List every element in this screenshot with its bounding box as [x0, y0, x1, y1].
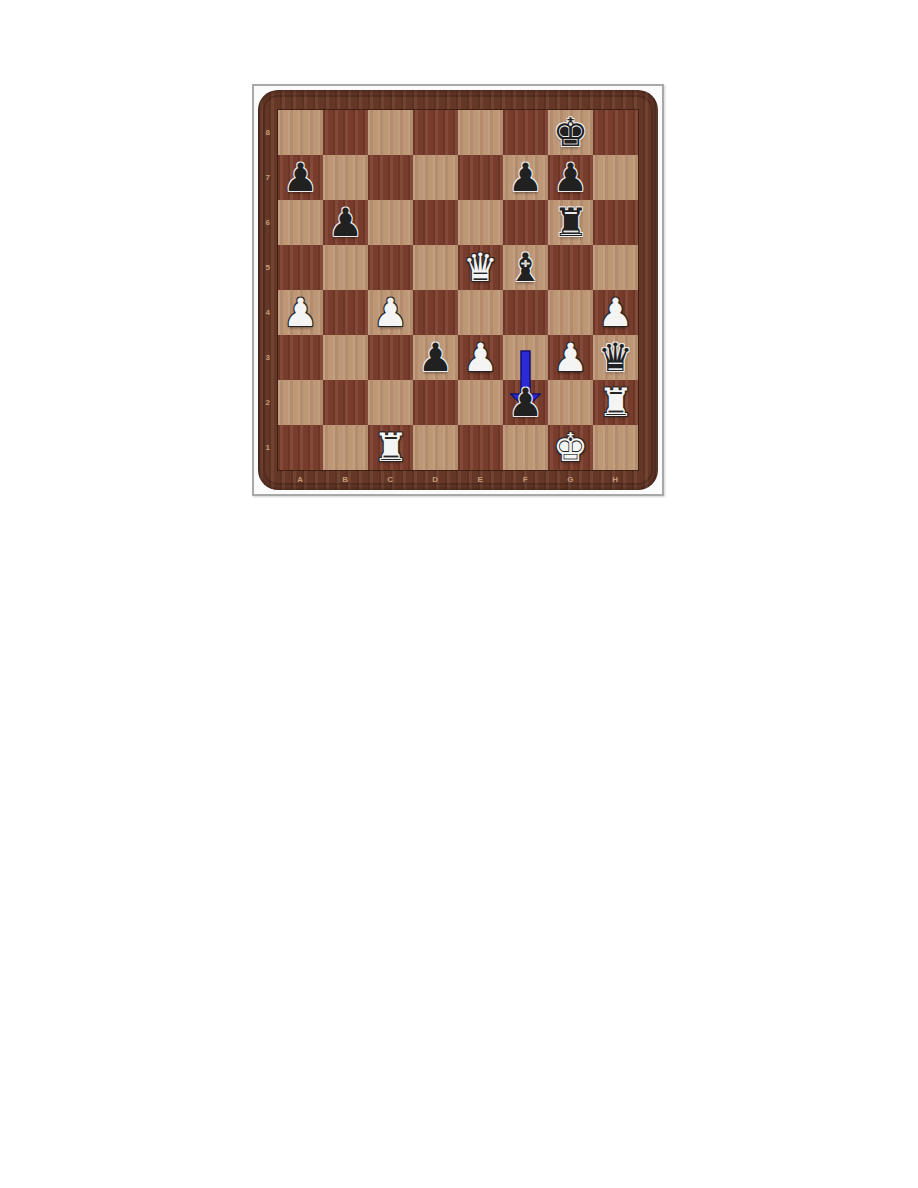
square-d7: [413, 155, 458, 200]
white-pawn: ♟: [278, 290, 323, 335]
black-queen: ♛: [593, 335, 638, 380]
white-rook: ♜: [593, 380, 638, 425]
rank-label-2: 2: [258, 380, 278, 425]
square-e1: [458, 425, 503, 470]
rank-label-6: 6: [258, 200, 278, 245]
square-b6: ♟: [323, 200, 368, 245]
white-pawn: ♟: [458, 335, 503, 380]
file-label-f: F: [503, 470, 548, 490]
white-king: ♚: [548, 425, 593, 470]
square-e8: [458, 110, 503, 155]
file-label-h: H: [593, 470, 638, 490]
square-f7: ♟: [503, 155, 548, 200]
black-pawn: ♟: [548, 155, 593, 200]
square-c5: [368, 245, 413, 290]
rank-label-5: 5: [258, 245, 278, 290]
black-pawn: ♟: [413, 335, 458, 380]
square-g5: [548, 245, 593, 290]
square-d1: [413, 425, 458, 470]
square-e6: [458, 200, 503, 245]
square-c6: [368, 200, 413, 245]
white-pawn: ♟: [548, 335, 593, 380]
board-frame: 87654321 ABCDEFGH ♚♟♟♟♟♜♛♝♟♟♟♟♟♟♛♟♜♜♚: [258, 90, 658, 490]
square-f2: ♟: [503, 380, 548, 425]
square-e4: [458, 290, 503, 335]
square-a5: [278, 245, 323, 290]
square-a3: [278, 335, 323, 380]
square-f5: ♝: [503, 245, 548, 290]
file-label-a: A: [278, 470, 323, 490]
square-h1: [593, 425, 638, 470]
black-pawn: ♟: [323, 200, 368, 245]
black-pawn: ♟: [278, 155, 323, 200]
rank-label-8: 8: [258, 110, 278, 155]
file-label-c: C: [368, 470, 413, 490]
square-d8: [413, 110, 458, 155]
square-b7: [323, 155, 368, 200]
black-pawn: ♟: [503, 380, 548, 425]
rank-label-7: 7: [258, 155, 278, 200]
square-h5: [593, 245, 638, 290]
square-a7: ♟: [278, 155, 323, 200]
white-rook: ♜: [368, 425, 413, 470]
rank-label-3: 3: [258, 335, 278, 380]
square-g8: ♚: [548, 110, 593, 155]
black-pawn: ♟: [503, 155, 548, 200]
square-h7: [593, 155, 638, 200]
square-c4: ♟: [368, 290, 413, 335]
square-d5: [413, 245, 458, 290]
square-b2: [323, 380, 368, 425]
chess-diagram-image: 87654321 ABCDEFGH ♚♟♟♟♟♜♛♝♟♟♟♟♟♟♛♟♜♜♚: [252, 84, 664, 496]
board-grid: ♚♟♟♟♟♜♛♝♟♟♟♟♟♟♛♟♜♜♚: [277, 109, 639, 471]
square-e7: [458, 155, 503, 200]
square-a2: [278, 380, 323, 425]
square-g7: ♟: [548, 155, 593, 200]
square-e2: [458, 380, 503, 425]
rank-label-1: 1: [258, 425, 278, 470]
square-f8: [503, 110, 548, 155]
square-c7: [368, 155, 413, 200]
square-f3: [503, 335, 548, 380]
square-g1: ♚: [548, 425, 593, 470]
square-b4: [323, 290, 368, 335]
square-e3: ♟: [458, 335, 503, 380]
square-a1: [278, 425, 323, 470]
black-bishop: ♝: [503, 245, 548, 290]
rank-label-4: 4: [258, 290, 278, 335]
square-h8: [593, 110, 638, 155]
file-label-b: B: [323, 470, 368, 490]
square-f1: [503, 425, 548, 470]
square-c1: ♜: [368, 425, 413, 470]
square-f4: [503, 290, 548, 335]
square-d6: [413, 200, 458, 245]
square-g6: ♜: [548, 200, 593, 245]
square-g2: [548, 380, 593, 425]
square-b5: [323, 245, 368, 290]
square-f6: [503, 200, 548, 245]
file-label-e: E: [458, 470, 503, 490]
white-queen: ♛: [458, 245, 503, 290]
square-a8: [278, 110, 323, 155]
file-label-d: D: [413, 470, 458, 490]
white-pawn: ♟: [368, 290, 413, 335]
square-d4: [413, 290, 458, 335]
square-e5: ♛: [458, 245, 503, 290]
square-b3: [323, 335, 368, 380]
square-h3: ♛: [593, 335, 638, 380]
square-a6: [278, 200, 323, 245]
square-g3: ♟: [548, 335, 593, 380]
square-a4: ♟: [278, 290, 323, 335]
square-h6: [593, 200, 638, 245]
square-g4: [548, 290, 593, 335]
white-pawn: ♟: [593, 290, 638, 335]
square-d3: ♟: [413, 335, 458, 380]
square-h2: ♜: [593, 380, 638, 425]
file-label-g: G: [548, 470, 593, 490]
square-c2: [368, 380, 413, 425]
square-c8: [368, 110, 413, 155]
square-h4: ♟: [593, 290, 638, 335]
square-d2: [413, 380, 458, 425]
black-king: ♚: [548, 110, 593, 155]
square-c3: [368, 335, 413, 380]
square-b8: [323, 110, 368, 155]
square-b1: [323, 425, 368, 470]
black-rook: ♜: [548, 200, 593, 245]
